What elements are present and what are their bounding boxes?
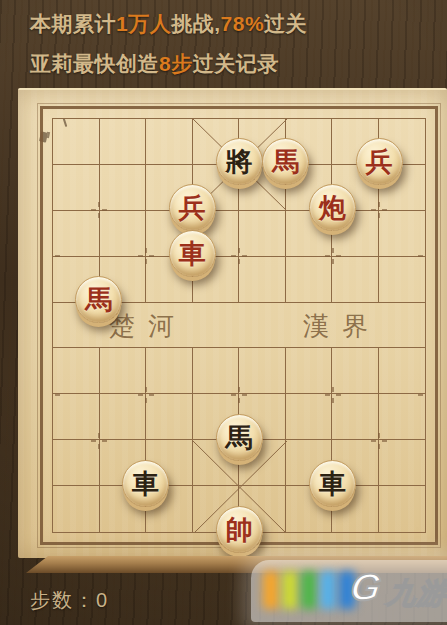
piece-red-horse[interactable]: 馬 (262, 138, 309, 185)
piece-glyph: 馬 (217, 415, 262, 460)
header-text-segment: 78% (221, 12, 265, 35)
header-text-segment: 挑战, (171, 12, 220, 35)
piece-glyph: 馬 (76, 277, 121, 322)
header-text-segment: 1万人 (116, 12, 171, 35)
piece-red-general[interactable]: 帥 (216, 506, 263, 553)
piece-black-horse[interactable]: 馬 (216, 414, 263, 461)
move-counter: 步数：0 (30, 587, 109, 614)
watermark-tile (301, 571, 317, 609)
app-screen: 本期累计1万人挑战,78%过关 亚莉最快创造8步过关记录 楚河 漢界 (0, 0, 447, 625)
header-text-segment: 8步 (159, 52, 193, 75)
watermark: G 九游 (251, 560, 447, 622)
watermark-tile (282, 571, 298, 609)
header-text-segment: 过关记录 (193, 52, 279, 75)
header-text-segment: 亚莉最快创造 (30, 52, 159, 75)
piece-black-chariot[interactable]: 車 (309, 460, 356, 507)
piece-black-general[interactable]: 將 (216, 138, 263, 185)
piece-glyph: 兵 (357, 139, 402, 184)
piece-glyph: 將 (217, 139, 262, 184)
piece-red-horse[interactable]: 馬 (75, 276, 122, 323)
piece-glyph: 車 (170, 231, 215, 276)
piece-red-soldier[interactable]: 兵 (169, 184, 216, 231)
xiangqi-board[interactable]: 楚河 漢界 將馬兵兵炮車馬馬車車帥 (18, 88, 447, 574)
watermark-tile (263, 571, 279, 609)
piece-glyph: 車 (123, 461, 168, 506)
piece-red-chariot[interactable]: 車 (169, 230, 216, 277)
piece-glyph: 炮 (310, 185, 355, 230)
piece-red-cannon[interactable]: 炮 (309, 184, 356, 231)
piece-black-chariot[interactable]: 車 (122, 460, 169, 507)
piece-red-soldier[interactable]: 兵 (356, 138, 403, 185)
pieces-layer: 將馬兵兵炮車馬馬車車帥 (18, 88, 447, 556)
move-counter-text: 步数：0 (30, 589, 109, 611)
stats-line: 本期累计1万人挑战,78%过关 (30, 10, 307, 38)
header-text-segment: 过关 (264, 12, 307, 35)
watermark-tile (320, 571, 336, 609)
piece-glyph: 馬 (263, 139, 308, 184)
piece-glyph: 兵 (170, 185, 215, 230)
piece-glyph: 帥 (217, 507, 262, 552)
watermark-brand: 九游 (384, 574, 447, 614)
watermark-tiles (263, 571, 355, 609)
header-text-segment: 本期累计 (30, 12, 116, 35)
record-line: 亚莉最快创造8步过关记录 (30, 50, 279, 78)
watermark-logo-icon: G (348, 566, 384, 609)
piece-glyph: 車 (310, 461, 355, 506)
